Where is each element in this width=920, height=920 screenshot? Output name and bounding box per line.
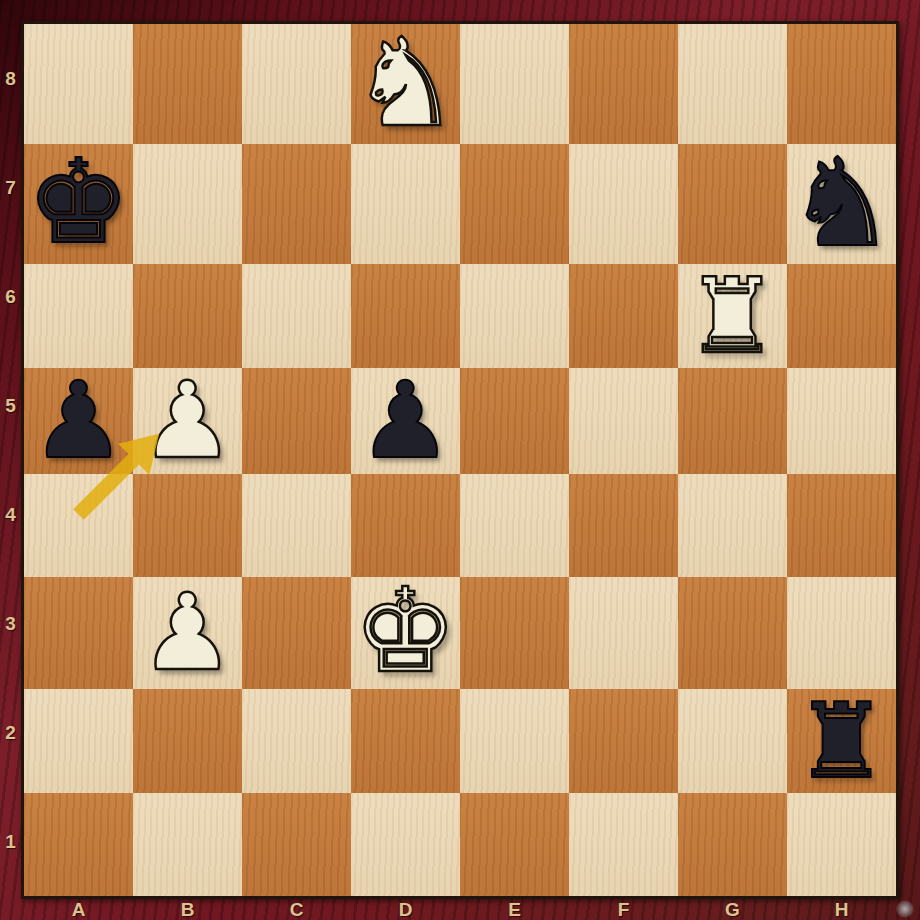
file-labels: ABCDEFGH (24, 899, 896, 920)
square-f3[interactable] (569, 577, 678, 689)
square-e1[interactable] (460, 793, 569, 896)
square-h3[interactable] (787, 577, 896, 689)
corner-dot (896, 900, 914, 918)
square-d4[interactable] (351, 474, 460, 577)
square-c3[interactable] (242, 577, 351, 689)
rank-label-8: 8 (0, 24, 21, 133)
square-h7[interactable]: ♞ (787, 144, 896, 264)
square-a7[interactable]: ♚ (24, 144, 133, 264)
rank-label-5: 5 (0, 351, 21, 460)
rank-labels: 87654321 (0, 24, 21, 896)
file-label-b: B (133, 899, 242, 920)
square-e3[interactable] (460, 577, 569, 689)
square-b7[interactable] (133, 144, 242, 264)
square-g5[interactable] (678, 368, 787, 474)
square-b8[interactable] (133, 24, 242, 144)
board-frame: 87654321 ABCDEFGH ♞♚♞♜♟♟♟♟♚♜ (0, 0, 920, 920)
file-label-d: D (351, 899, 460, 920)
rank-label-6: 6 (0, 242, 21, 351)
square-b3[interactable]: ♟ (133, 577, 242, 689)
square-g3[interactable] (678, 577, 787, 689)
square-a6[interactable] (24, 264, 133, 368)
square-f8[interactable] (569, 24, 678, 144)
square-e8[interactable] (460, 24, 569, 144)
white-knight[interactable]: ♞ (351, 22, 460, 144)
white-king[interactable]: ♚ (353, 573, 457, 689)
square-b2[interactable] (133, 689, 242, 793)
square-g7[interactable] (678, 144, 787, 264)
square-c8[interactable] (242, 24, 351, 144)
square-d3[interactable]: ♚ (351, 577, 460, 689)
square-d2[interactable] (351, 689, 460, 793)
rank-label-1: 1 (0, 787, 21, 896)
square-e6[interactable] (460, 264, 569, 368)
rank-label-2: 2 (0, 678, 21, 787)
square-a1[interactable] (24, 793, 133, 896)
file-label-g: G (678, 899, 787, 920)
square-f4[interactable] (569, 474, 678, 577)
square-d5[interactable]: ♟ (351, 368, 460, 474)
square-c7[interactable] (242, 144, 351, 264)
square-e7[interactable] (460, 144, 569, 264)
black-pawn[interactable]: ♟ (358, 368, 453, 474)
black-rook[interactable]: ♜ (795, 689, 888, 793)
square-c1[interactable] (242, 793, 351, 896)
square-d1[interactable] (351, 793, 460, 896)
file-label-a: A (24, 899, 133, 920)
square-b6[interactable] (133, 264, 242, 368)
rank-label-4: 4 (0, 460, 21, 569)
file-label-e: E (460, 899, 569, 920)
square-a8[interactable] (24, 24, 133, 144)
square-a4[interactable] (24, 474, 133, 577)
square-d7[interactable] (351, 144, 460, 264)
square-h6[interactable] (787, 264, 896, 368)
square-h8[interactable] (787, 24, 896, 144)
square-b1[interactable] (133, 793, 242, 896)
white-pawn[interactable]: ♟ (140, 580, 235, 686)
square-e2[interactable] (460, 689, 569, 793)
square-g2[interactable] (678, 689, 787, 793)
black-knight[interactable]: ♞ (787, 142, 896, 264)
square-h4[interactable] (787, 474, 896, 577)
square-g6[interactable]: ♜ (678, 264, 787, 368)
square-f6[interactable] (569, 264, 678, 368)
square-c6[interactable] (242, 264, 351, 368)
rank-label-3: 3 (0, 569, 21, 678)
white-rook[interactable]: ♜ (686, 264, 779, 368)
square-e5[interactable] (460, 368, 569, 474)
square-a5[interactable]: ♟ (24, 368, 133, 474)
square-b4[interactable] (133, 474, 242, 577)
square-g8[interactable] (678, 24, 787, 144)
chess-board: ♞♚♞♜♟♟♟♟♚♜ (21, 21, 899, 899)
black-king[interactable]: ♚ (26, 144, 130, 260)
white-pawn[interactable]: ♟ (140, 368, 235, 474)
square-g1[interactable] (678, 793, 787, 896)
square-b5[interactable]: ♟ (133, 368, 242, 474)
file-label-f: F (569, 899, 678, 920)
square-d8[interactable]: ♞ (351, 24, 460, 144)
square-f5[interactable] (569, 368, 678, 474)
square-h5[interactable] (787, 368, 896, 474)
square-c5[interactable] (242, 368, 351, 474)
black-pawn[interactable]: ♟ (31, 368, 126, 474)
square-c4[interactable] (242, 474, 351, 577)
file-label-h: H (787, 899, 896, 920)
square-h1[interactable] (787, 793, 896, 896)
square-e4[interactable] (460, 474, 569, 577)
rank-label-7: 7 (0, 133, 21, 242)
square-c2[interactable] (242, 689, 351, 793)
square-f2[interactable] (569, 689, 678, 793)
square-f1[interactable] (569, 793, 678, 896)
square-h2[interactable]: ♜ (787, 689, 896, 793)
square-a2[interactable] (24, 689, 133, 793)
square-f7[interactable] (569, 144, 678, 264)
square-a3[interactable] (24, 577, 133, 689)
file-label-c: C (242, 899, 351, 920)
square-d6[interactable] (351, 264, 460, 368)
square-g4[interactable] (678, 474, 787, 577)
